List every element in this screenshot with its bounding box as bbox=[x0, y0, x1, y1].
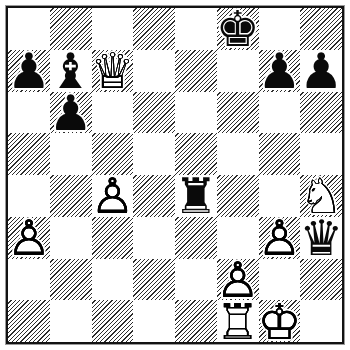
square-f5[interactable] bbox=[217, 133, 259, 175]
square-b5[interactable] bbox=[50, 133, 92, 175]
square-d6[interactable] bbox=[133, 92, 175, 134]
square-d2[interactable] bbox=[133, 259, 175, 301]
square-a2[interactable] bbox=[8, 259, 50, 301]
black-pawn-glyph: ♟ bbox=[8, 51, 50, 93]
square-c4[interactable]: ♟♙ bbox=[92, 175, 134, 217]
square-f1[interactable]: ♜♖ bbox=[217, 300, 259, 342]
square-a1[interactable] bbox=[8, 300, 50, 342]
square-e4[interactable]: ♜ bbox=[175, 175, 217, 217]
piece-white-queen[interactable]: ♛♕ bbox=[92, 50, 134, 92]
square-b3[interactable] bbox=[50, 217, 92, 259]
black-pawn-glyph: ♟ bbox=[259, 51, 301, 93]
white-rook-glyph-outline: ♖ bbox=[217, 301, 259, 343]
board-frame: ♚♟♝♛♕♟♟♟♟♙♜♞♘♟♙♟♙♛♟♙♜♖♚♔ bbox=[6, 6, 344, 344]
white-pawn-glyph-outline: ♙ bbox=[259, 218, 301, 260]
black-queen-glyph: ♛ bbox=[300, 218, 342, 260]
white-pawn-glyph-outline: ♙ bbox=[8, 218, 50, 260]
square-g3[interactable]: ♟♙ bbox=[259, 217, 301, 259]
piece-black-pawn[interactable]: ♟ bbox=[8, 50, 50, 92]
square-a5[interactable] bbox=[8, 133, 50, 175]
square-c1[interactable] bbox=[92, 300, 134, 342]
square-g5[interactable] bbox=[259, 133, 301, 175]
square-h1[interactable] bbox=[300, 300, 342, 342]
black-rook-glyph: ♜ bbox=[175, 176, 217, 218]
white-queen-glyph-outline: ♕ bbox=[92, 51, 134, 93]
piece-white-king[interactable]: ♚♔ bbox=[259, 300, 301, 342]
piece-black-pawn[interactable]: ♟ bbox=[300, 50, 342, 92]
piece-black-queen[interactable]: ♛ bbox=[300, 217, 342, 259]
square-e6[interactable] bbox=[175, 92, 217, 134]
piece-white-pawn[interactable]: ♟♙ bbox=[259, 217, 301, 259]
piece-black-rook[interactable]: ♜ bbox=[175, 175, 217, 217]
square-h3[interactable]: ♛ bbox=[300, 217, 342, 259]
chess-board: ♚♟♝♛♕♟♟♟♟♙♜♞♘♟♙♟♙♛♟♙♜♖♚♔ bbox=[8, 8, 342, 342]
chess-diagram-page: ♚♟♝♛♕♟♟♟♟♙♜♞♘♟♙♟♙♛♟♙♜♖♚♔ bbox=[0, 0, 350, 350]
square-c6[interactable] bbox=[92, 92, 134, 134]
square-g1[interactable]: ♚♔ bbox=[259, 300, 301, 342]
square-b1[interactable] bbox=[50, 300, 92, 342]
square-e3[interactable] bbox=[175, 217, 217, 259]
square-h7[interactable]: ♟ bbox=[300, 50, 342, 92]
square-f7[interactable] bbox=[217, 50, 259, 92]
piece-white-rook[interactable]: ♜♖ bbox=[217, 300, 259, 342]
square-c7[interactable]: ♛♕ bbox=[92, 50, 134, 92]
square-b2[interactable] bbox=[50, 259, 92, 301]
white-king-glyph-outline: ♔ bbox=[259, 301, 301, 343]
square-d4[interactable] bbox=[133, 175, 175, 217]
square-e1[interactable] bbox=[175, 300, 217, 342]
square-c2[interactable] bbox=[92, 259, 134, 301]
square-a6[interactable] bbox=[8, 92, 50, 134]
square-a7[interactable]: ♟ bbox=[8, 50, 50, 92]
piece-black-king[interactable]: ♚ bbox=[217, 8, 259, 50]
piece-white-pawn[interactable]: ♟♙ bbox=[92, 175, 134, 217]
black-king-glyph: ♚ bbox=[217, 9, 259, 51]
piece-white-pawn[interactable]: ♟♙ bbox=[8, 217, 50, 259]
square-d1[interactable] bbox=[133, 300, 175, 342]
square-f8[interactable]: ♚ bbox=[217, 8, 259, 50]
square-d7[interactable] bbox=[133, 50, 175, 92]
square-h6[interactable] bbox=[300, 92, 342, 134]
square-g7[interactable]: ♟ bbox=[259, 50, 301, 92]
square-f6[interactable] bbox=[217, 92, 259, 134]
piece-black-pawn[interactable]: ♟ bbox=[259, 50, 301, 92]
square-e7[interactable] bbox=[175, 50, 217, 92]
square-b6[interactable]: ♟ bbox=[50, 92, 92, 134]
square-a3[interactable]: ♟♙ bbox=[8, 217, 50, 259]
square-b4[interactable] bbox=[50, 175, 92, 217]
square-h2[interactable] bbox=[300, 259, 342, 301]
square-c3[interactable] bbox=[92, 217, 134, 259]
square-f4[interactable] bbox=[217, 175, 259, 217]
square-d8[interactable] bbox=[133, 8, 175, 50]
square-e8[interactable] bbox=[175, 8, 217, 50]
square-e2[interactable] bbox=[175, 259, 217, 301]
square-d3[interactable] bbox=[133, 217, 175, 259]
white-pawn-glyph-outline: ♙ bbox=[92, 176, 134, 218]
black-pawn-glyph: ♟ bbox=[300, 51, 342, 93]
black-pawn-glyph: ♟ bbox=[50, 93, 92, 135]
square-g6[interactable] bbox=[259, 92, 301, 134]
piece-black-pawn[interactable]: ♟ bbox=[50, 92, 92, 134]
square-d5[interactable] bbox=[133, 133, 175, 175]
